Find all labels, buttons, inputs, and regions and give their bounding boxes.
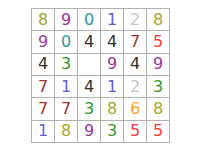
- cell-r5c6-digit[interactable]: 8: [147, 98, 170, 120]
- page: 89012890447543949714123773868189355: [0, 0, 200, 150]
- cell-r1c4-digit[interactable]: 1: [101, 9, 124, 31]
- cell-r3c5-digit[interactable]: 4: [124, 54, 147, 76]
- cell-r4c6-digit[interactable]: 3: [147, 76, 170, 98]
- cell-r6c1-digit[interactable]: 1: [32, 121, 55, 143]
- cell-r6c2-digit[interactable]: 8: [55, 121, 78, 143]
- cell-r2c6-digit[interactable]: 5: [147, 31, 170, 53]
- cell-r5c2-digit[interactable]: 7: [55, 98, 78, 120]
- cell-r5c1-digit[interactable]: 7: [32, 98, 55, 120]
- cell-r2c3-digit[interactable]: 4: [78, 31, 101, 53]
- cell-r1c6-digit[interactable]: 8: [147, 9, 170, 31]
- cell-r1c3-digit[interactable]: 0: [78, 9, 101, 31]
- cell-r2c4-digit[interactable]: 4: [101, 31, 124, 53]
- cell-r2c2-digit[interactable]: 0: [55, 31, 78, 53]
- cell-r6c5-digit[interactable]: 5: [124, 121, 147, 143]
- cell-r3c1-digit[interactable]: 4: [32, 54, 55, 76]
- cell-r1c2-digit[interactable]: 9: [55, 9, 78, 31]
- cell-r3c2-digit[interactable]: 3: [55, 54, 78, 76]
- cell-r5c3-digit[interactable]: 3: [78, 98, 101, 120]
- cell-r6c3-digit[interactable]: 9: [78, 121, 101, 143]
- cell-r1c5-digit[interactable]: 2: [124, 9, 147, 31]
- cell-r4c5-digit[interactable]: 2: [124, 76, 147, 98]
- cell-r2c5-digit[interactable]: 7: [124, 31, 147, 53]
- cell-r3c4-digit[interactable]: 9: [101, 54, 124, 76]
- cell-r5c5-digit[interactable]: 6: [124, 98, 147, 120]
- cell-r6c6-digit[interactable]: 5: [147, 121, 170, 143]
- cell-r4c1-digit[interactable]: 7: [32, 76, 55, 98]
- cell-r3c6-digit[interactable]: 9: [147, 54, 170, 76]
- cell-r6c4-digit[interactable]: 3: [101, 121, 124, 143]
- digit-grid-board: 89012890447543949714123773868189355: [31, 8, 170, 143]
- cell-r1c1-digit[interactable]: 8: [32, 9, 55, 31]
- cell-r4c3-digit[interactable]: 4: [78, 76, 101, 98]
- cell-r4c2-digit[interactable]: 1: [55, 76, 78, 98]
- cell-r5c4-digit[interactable]: 8: [101, 98, 124, 120]
- cell-r3c3-empty[interactable]: [78, 54, 101, 76]
- cell-r2c1-digit[interactable]: 9: [32, 31, 55, 53]
- cell-r4c4-digit[interactable]: 1: [101, 76, 124, 98]
